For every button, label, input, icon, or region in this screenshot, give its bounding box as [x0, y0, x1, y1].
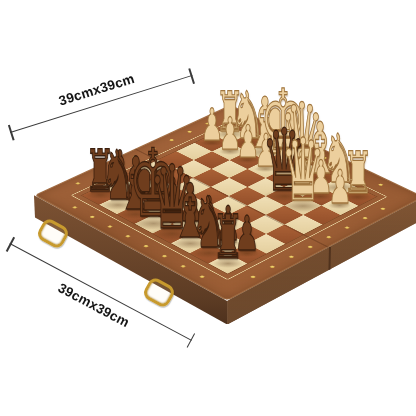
brass-dot: [75, 182, 80, 184]
brass-dot: [125, 235, 130, 238]
brass-latch-1: [36, 217, 72, 251]
brass-dot: [250, 276, 255, 279]
chess-board: [34, 105, 416, 301]
brass-dot: [114, 165, 119, 167]
board-scene: [91, 58, 367, 334]
brass-dot: [363, 217, 368, 220]
brass-dot: [169, 139, 174, 141]
brass-dot: [95, 173, 100, 175]
brass-dot: [200, 275, 205, 278]
brass-dot: [380, 208, 385, 211]
brass-dot: [270, 265, 275, 268]
product-photo: ♜♞♝♛♚♝♞♜♟♟♟♟♟♟♟♟♟♟♟♟♟♟♟♟♜♞♝♛♚♝♞♜♛♛ 39cmx…: [0, 0, 416, 416]
brass-dot: [205, 122, 210, 124]
brass-dot: [345, 226, 350, 229]
brass-dot: [286, 139, 291, 141]
brass-dot: [326, 236, 331, 239]
brass-dot: [151, 147, 156, 149]
brass-dot: [107, 225, 112, 228]
brass-dot: [289, 255, 294, 258]
brass-dot: [341, 166, 346, 168]
brass-dot: [359, 174, 364, 176]
board-grid: [82, 126, 376, 273]
brass-dot: [322, 157, 327, 159]
brass-dot: [378, 184, 383, 186]
brass-dot: [251, 123, 256, 125]
brass-dot: [187, 131, 192, 133]
brass-dot: [143, 245, 148, 248]
brass-dot: [162, 255, 167, 258]
brass-dot: [304, 148, 309, 150]
brass-dot: [268, 131, 273, 133]
brass-dot: [132, 156, 137, 158]
brass-dot: [90, 216, 95, 219]
brass-dot: [72, 206, 77, 209]
brass-dot: [181, 265, 186, 268]
brass-dot: [308, 246, 313, 249]
